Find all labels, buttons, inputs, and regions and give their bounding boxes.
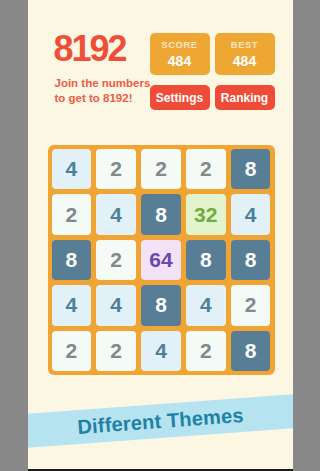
tile-r3c1: 8 [52, 240, 92, 280]
settings-button[interactable]: Settings [150, 85, 210, 110]
tile-r4c4: 4 [186, 285, 226, 325]
tile-r4c5: 2 [231, 285, 271, 325]
tile-r1c3: 2 [141, 149, 181, 189]
tile-r3c2: 2 [96, 240, 136, 280]
best-value: 484 [215, 53, 275, 69]
themes-banner: Different Themes [28, 393, 293, 449]
tile-r3c3: 64 [141, 240, 181, 280]
best-box: BEST 484 [215, 33, 275, 75]
tile-r1c4: 2 [186, 149, 226, 189]
tile-r4c3: 8 [141, 285, 181, 325]
app-screen: 8192 Join the numbers to get to 8192! SC… [28, 0, 293, 471]
tile-r5c5: 8 [231, 331, 271, 371]
tile-r3c4: 8 [186, 240, 226, 280]
tile-r3c5: 8 [231, 240, 271, 280]
score-label: SCORE [150, 39, 210, 50]
score-box: SCORE 484 [150, 33, 210, 75]
tile-r4c1: 4 [52, 285, 92, 325]
best-label: BEST [215, 39, 275, 50]
score-value: 484 [150, 53, 210, 69]
subtitle-line2: to get to 8192! [55, 92, 133, 104]
tile-r2c2: 4 [96, 194, 136, 234]
ranking-button[interactable]: Ranking [215, 85, 275, 110]
tile-r2c5: 4 [231, 194, 271, 234]
subtitle: Join the numbers to get to 8192! [55, 76, 160, 106]
app-title: 8192 [54, 28, 126, 70]
tile-r1c2: 2 [96, 149, 136, 189]
tile-r2c4: 32 [186, 194, 226, 234]
subtitle-line1: Join the numbers [55, 77, 151, 89]
themes-banner-label: Different Themes [76, 403, 244, 438]
tile-r5c1: 2 [52, 331, 92, 371]
tile-r1c5: 8 [231, 149, 271, 189]
tile-r2c1: 2 [52, 194, 92, 234]
tile-r5c4: 2 [186, 331, 226, 371]
tile-r2c3: 8 [141, 194, 181, 234]
game-board[interactable]: 422282483248264884484222428 [48, 145, 275, 375]
tile-r5c2: 2 [96, 331, 136, 371]
tile-r1c1: 4 [52, 149, 92, 189]
tile-r5c3: 4 [141, 331, 181, 371]
tile-r4c2: 4 [96, 285, 136, 325]
